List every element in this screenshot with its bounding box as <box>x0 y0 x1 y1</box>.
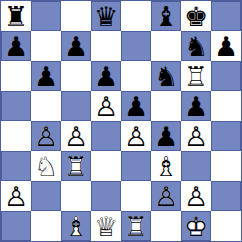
black-piece-glyph: ♟ <box>151 121 181 151</box>
square-e4[interactable]: ♙♙ <box>121 121 151 151</box>
piece-white-rook: ♜♖ <box>121 211 151 241</box>
square-h5[interactable] <box>211 91 241 121</box>
square-f6[interactable]: ♞ <box>151 61 181 91</box>
square-a6[interactable] <box>1 61 31 91</box>
white-piece-outline-layer: ♗ <box>151 151 181 181</box>
white-piece-outline-layer: ♗ <box>61 211 91 241</box>
square-d3[interactable] <box>91 151 121 181</box>
square-c2[interactable] <box>61 181 91 211</box>
square-a3[interactable] <box>1 151 31 181</box>
square-c1[interactable]: ♝♗ <box>61 211 91 241</box>
square-b1[interactable] <box>31 211 61 241</box>
square-b7[interactable] <box>31 31 61 61</box>
square-f7[interactable] <box>151 31 181 61</box>
white-piece-outline-layer: ♔ <box>181 211 211 241</box>
piece-black-pawn: ♟ <box>91 61 121 91</box>
piece-black-pawn: ♟ <box>1 31 31 61</box>
square-d6[interactable]: ♟ <box>91 61 121 91</box>
white-piece-outline-layer: ♘ <box>31 151 61 181</box>
square-f8[interactable]: ♝ <box>151 1 181 31</box>
black-piece-glyph: ♚ <box>181 1 211 31</box>
square-h7[interactable]: ♟ <box>211 31 241 61</box>
square-e3[interactable] <box>121 151 151 181</box>
white-piece-outline-layer: ♙ <box>31 121 61 151</box>
black-piece-glyph: ♟ <box>1 31 31 61</box>
square-b4[interactable]: ♙♙ <box>31 121 61 151</box>
square-b5[interactable] <box>31 91 61 121</box>
white-piece-outline-layer: ♕ <box>91 211 121 241</box>
square-f3[interactable]: ♝♗ <box>151 151 181 181</box>
piece-white-pawn: ♙♙ <box>181 181 211 211</box>
square-e5[interactable]: ♟ <box>121 91 151 121</box>
white-piece-outline-layer: ♙ <box>91 91 121 121</box>
piece-black-pawn: ♟ <box>61 31 91 61</box>
square-e2[interactable] <box>121 181 151 211</box>
square-g1[interactable]: ♚♔ <box>181 211 211 241</box>
piece-black-knight: ♞ <box>181 31 211 61</box>
piece-white-pawn: ♙♙ <box>61 121 91 151</box>
black-piece-glyph: ♝ <box>151 1 181 31</box>
square-a5[interactable] <box>1 91 31 121</box>
square-g6[interactable]: ♜♖ <box>181 61 211 91</box>
piece-white-rook: ♜♖ <box>181 61 211 91</box>
black-piece-glyph: ♟ <box>31 61 61 91</box>
white-piece-outline-layer: ♙ <box>1 181 31 211</box>
black-piece-glyph: ♟ <box>121 91 151 121</box>
square-d2[interactable] <box>91 181 121 211</box>
piece-black-king: ♚ <box>181 1 211 31</box>
square-a8[interactable]: ♜ <box>1 1 31 31</box>
square-d4[interactable] <box>91 121 121 151</box>
piece-black-pawn: ♟ <box>31 61 61 91</box>
black-piece-glyph: ♟ <box>61 31 91 61</box>
white-piece-outline-layer: ♙ <box>181 181 211 211</box>
square-b3[interactable]: ♞♘ <box>31 151 61 181</box>
white-piece-outline-layer: ♖ <box>181 61 211 91</box>
piece-white-pawn: ♙♙ <box>1 181 31 211</box>
square-d5[interactable]: ♙♙ <box>91 91 121 121</box>
square-a4[interactable] <box>1 121 31 151</box>
square-g8[interactable]: ♚ <box>181 1 211 31</box>
piece-black-rook: ♜ <box>1 1 31 31</box>
black-piece-glyph: ♛ <box>91 1 121 31</box>
square-g3[interactable] <box>181 151 211 181</box>
square-h8[interactable] <box>211 1 241 31</box>
square-e6[interactable] <box>121 61 151 91</box>
square-b2[interactable] <box>31 181 61 211</box>
square-b6[interactable]: ♟ <box>31 61 61 91</box>
square-h6[interactable] <box>211 61 241 91</box>
square-e1[interactable]: ♜♖ <box>121 211 151 241</box>
chess-board: ♜♛♝♚♟♟♞♟♟♟♞♜♖♙♙♟♟♙♙♙♙♙♙♟♙♙♞♘♜♖♝♗♙♙♙♙♙♙♝♗… <box>0 0 242 242</box>
square-d8[interactable]: ♛ <box>91 1 121 31</box>
square-g2[interactable]: ♙♙ <box>181 181 211 211</box>
white-piece-outline-layer: ♖ <box>61 151 91 181</box>
square-c6[interactable] <box>61 61 91 91</box>
square-a2[interactable]: ♙♙ <box>1 181 31 211</box>
white-piece-outline-layer: ♖ <box>121 211 151 241</box>
white-piece-outline-layer: ♙ <box>61 121 91 151</box>
square-f5[interactable] <box>151 91 181 121</box>
piece-black-bishop: ♝ <box>151 1 181 31</box>
piece-white-bishop: ♝♗ <box>151 151 181 181</box>
piece-white-rook: ♜♖ <box>61 151 91 181</box>
square-h2[interactable] <box>211 181 241 211</box>
square-g4[interactable]: ♙♙ <box>181 121 211 151</box>
square-d7[interactable] <box>91 31 121 61</box>
square-g7[interactable]: ♞ <box>181 31 211 61</box>
piece-white-pawn: ♙♙ <box>151 181 181 211</box>
white-piece-outline-layer: ♙ <box>151 181 181 211</box>
piece-black-pawn: ♟ <box>181 91 211 121</box>
square-e7[interactable] <box>121 31 151 61</box>
piece-white-pawn: ♙♙ <box>121 121 151 151</box>
piece-black-queen: ♛ <box>91 1 121 31</box>
square-c7[interactable]: ♟ <box>61 31 91 61</box>
piece-white-knight: ♞♘ <box>31 151 61 181</box>
piece-white-king: ♚♔ <box>181 211 211 241</box>
square-c8[interactable] <box>61 1 91 31</box>
piece-white-queen: ♛♕ <box>91 211 121 241</box>
piece-white-pawn: ♙♙ <box>31 121 61 151</box>
square-a1[interactable] <box>1 211 31 241</box>
black-piece-glyph: ♟ <box>211 31 241 61</box>
square-f2[interactable]: ♙♙ <box>151 181 181 211</box>
square-b8[interactable] <box>31 1 61 31</box>
square-a7[interactable]: ♟ <box>1 31 31 61</box>
white-piece-outline-layer: ♙ <box>181 121 211 151</box>
piece-white-bishop: ♝♗ <box>61 211 91 241</box>
square-f1[interactable] <box>151 211 181 241</box>
square-h3[interactable] <box>211 151 241 181</box>
piece-black-pawn: ♟ <box>151 121 181 151</box>
square-d1[interactable]: ♛♕ <box>91 211 121 241</box>
square-e8[interactable] <box>121 1 151 31</box>
square-c3[interactable]: ♜♖ <box>61 151 91 181</box>
black-piece-glyph: ♜ <box>1 1 31 31</box>
square-h4[interactable] <box>211 121 241 151</box>
black-piece-glyph: ♞ <box>151 61 181 91</box>
square-h1[interactable] <box>211 211 241 241</box>
black-piece-glyph: ♟ <box>181 91 211 121</box>
black-piece-glyph: ♞ <box>181 31 211 61</box>
black-piece-glyph: ♟ <box>91 61 121 91</box>
square-c5[interactable] <box>61 91 91 121</box>
piece-black-knight: ♞ <box>151 61 181 91</box>
square-f4[interactable]: ♟ <box>151 121 181 151</box>
square-g5[interactable]: ♟ <box>181 91 211 121</box>
piece-white-pawn: ♙♙ <box>181 121 211 151</box>
piece-black-pawn: ♟ <box>211 31 241 61</box>
piece-white-pawn: ♙♙ <box>91 91 121 121</box>
piece-black-pawn: ♟ <box>121 91 151 121</box>
square-c4[interactable]: ♙♙ <box>61 121 91 151</box>
white-piece-outline-layer: ♙ <box>121 121 151 151</box>
